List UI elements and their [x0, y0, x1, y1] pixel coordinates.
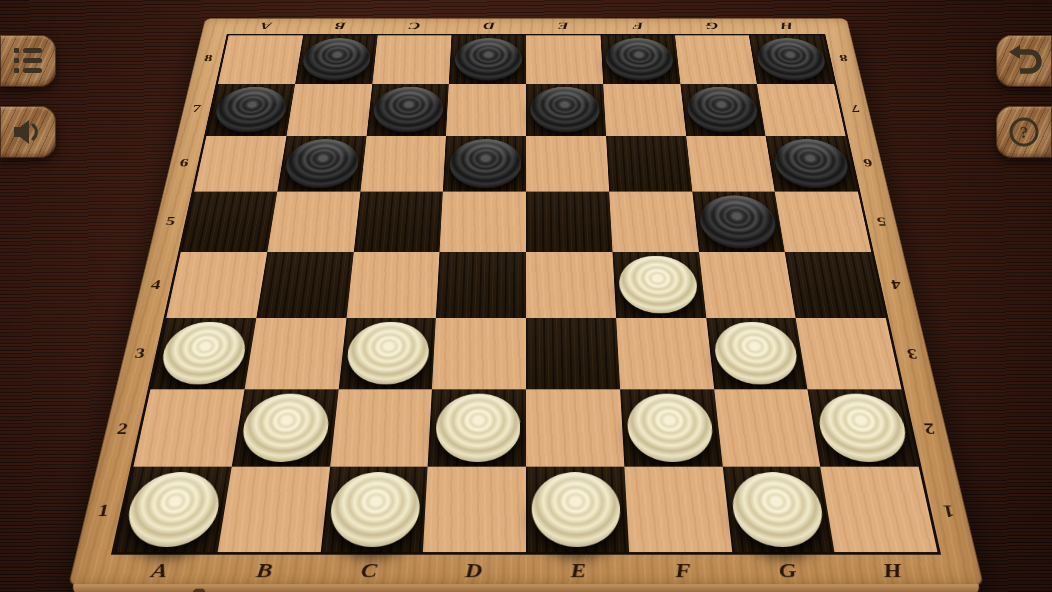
square-g6 [686, 136, 775, 192]
square-e3[interactable] [526, 318, 620, 389]
square-g7[interactable] [680, 84, 766, 136]
square-c5[interactable] [353, 192, 443, 252]
checker-dark-c7[interactable] [371, 87, 444, 133]
game-screen: ABCDEFGH ABCDEFGH 87654321 87654321 [0, 0, 1052, 592]
square-c3[interactable] [338, 318, 436, 389]
square-c8 [372, 35, 452, 83]
speaker-icon [11, 116, 45, 148]
checker-dark-b6[interactable] [283, 139, 361, 188]
checker-light-a3[interactable] [157, 322, 250, 385]
square-b3 [244, 318, 346, 389]
undo-button[interactable] [996, 35, 1052, 87]
square-f6[interactable] [606, 136, 692, 192]
square-d8[interactable] [449, 35, 526, 83]
square-b4[interactable] [256, 252, 353, 318]
file-label-top-f: F [600, 18, 676, 34]
file-label-top-a: A [227, 18, 304, 34]
file-label-top-g: G [674, 18, 751, 34]
square-b6[interactable] [277, 136, 366, 192]
file-label-b: B [210, 555, 319, 586]
checker-dark-h8[interactable] [754, 38, 829, 81]
sound-button[interactable] [0, 106, 56, 158]
square-d1 [423, 467, 526, 552]
square-d4[interactable] [436, 252, 526, 318]
file-label-h: H [837, 555, 948, 586]
square-a3[interactable] [151, 318, 257, 389]
svg-text:?: ? [1020, 123, 1029, 142]
square-d7 [446, 84, 526, 136]
square-d6[interactable] [443, 136, 526, 192]
square-f4[interactable] [612, 252, 706, 318]
checker-light-h2[interactable] [814, 393, 912, 461]
square-a5[interactable] [181, 192, 277, 252]
checker-light-e1[interactable] [532, 472, 623, 547]
checker-dark-h6[interactable] [771, 139, 852, 188]
file-label-g: G [734, 555, 843, 586]
square-a7[interactable] [206, 84, 294, 136]
square-h7 [757, 84, 845, 136]
checker-dark-g5[interactable] [697, 195, 779, 248]
checker-light-a1[interactable] [122, 472, 225, 547]
file-label-d: D [421, 555, 527, 586]
square-h4[interactable] [785, 252, 886, 318]
square-g5[interactable] [692, 192, 785, 252]
checker-light-d2[interactable] [434, 393, 520, 461]
square-c7[interactable] [366, 84, 449, 136]
file-labels-top: ABCDEFGH [227, 18, 825, 34]
file-label-f: F [630, 555, 737, 586]
checker-dark-e7[interactable] [531, 87, 601, 133]
square-b8[interactable] [295, 35, 377, 83]
square-h3 [796, 318, 902, 389]
board-front-edge [70, 584, 982, 592]
square-f7 [603, 84, 686, 136]
checker-light-b2[interactable] [238, 393, 332, 461]
square-b1 [217, 467, 329, 552]
square-f1 [624, 467, 732, 552]
checker-light-f2[interactable] [626, 393, 716, 461]
file-label-a: A [104, 555, 215, 586]
square-c4 [346, 252, 440, 318]
file-label-top-e: E [526, 18, 601, 34]
menu-list-icon [11, 45, 45, 77]
undo-arrow-icon [1006, 44, 1042, 78]
square-b5 [267, 192, 360, 252]
square-h5 [775, 192, 871, 252]
square-b2[interactable] [231, 389, 338, 467]
checker-light-c1[interactable] [327, 472, 422, 547]
square-c6 [360, 136, 446, 192]
help-button[interactable]: ? [996, 106, 1052, 158]
square-e8 [526, 35, 603, 83]
checker-dark-f8[interactable] [605, 38, 675, 81]
square-d3 [432, 318, 526, 389]
square-a1[interactable] [114, 467, 231, 552]
square-f2[interactable] [620, 389, 722, 467]
checker-dark-g7[interactable] [685, 87, 760, 133]
board-grid [111, 34, 941, 555]
checker-dark-a7[interactable] [212, 87, 290, 133]
menu-button[interactable] [0, 35, 56, 87]
square-f5 [609, 192, 699, 252]
question-mark-icon: ? [1007, 115, 1041, 149]
checker-light-g3[interactable] [712, 322, 802, 385]
square-g2 [714, 389, 821, 467]
square-f3 [616, 318, 714, 389]
file-label-e: E [526, 555, 632, 586]
square-e5[interactable] [526, 192, 612, 252]
file-label-top-c: C [376, 18, 452, 34]
square-e7[interactable] [526, 84, 606, 136]
square-d2[interactable] [428, 389, 526, 467]
square-b7 [286, 84, 372, 136]
file-label-c: C [315, 555, 422, 586]
checker-light-c3[interactable] [344, 322, 430, 385]
square-a8 [218, 35, 303, 83]
checkers-board: ABCDEFGH ABCDEFGH 87654321 87654321 [68, 18, 984, 586]
checker-dark-d6[interactable] [448, 139, 521, 188]
file-labels-bottom: ABCDEFGH [104, 555, 948, 586]
file-label-top-d: D [451, 18, 526, 34]
square-h8[interactable] [749, 35, 834, 83]
square-g3[interactable] [706, 318, 808, 389]
checker-dark-b8[interactable] [300, 38, 372, 81]
square-c1[interactable] [320, 467, 428, 552]
square-e4 [526, 252, 616, 318]
square-c2 [330, 389, 432, 467]
square-f8[interactable] [600, 35, 680, 83]
square-a2 [133, 389, 244, 467]
square-h1 [821, 467, 938, 552]
square-e1[interactable] [526, 467, 629, 552]
square-d5 [440, 192, 526, 252]
square-g1[interactable] [722, 467, 834, 552]
checker-light-f4[interactable] [618, 256, 700, 314]
file-label-top-h: H [748, 18, 825, 34]
square-a6 [194, 136, 286, 192]
file-label-top-b: B [302, 18, 379, 34]
square-h6[interactable] [766, 136, 858, 192]
checker-dark-d8[interactable] [454, 38, 522, 81]
square-e2 [526, 389, 624, 467]
square-e6 [526, 136, 609, 192]
checker-light-g1[interactable] [729, 472, 828, 547]
square-g8 [675, 35, 757, 83]
square-h2[interactable] [808, 389, 919, 467]
square-a4 [166, 252, 267, 318]
square-g4 [699, 252, 796, 318]
